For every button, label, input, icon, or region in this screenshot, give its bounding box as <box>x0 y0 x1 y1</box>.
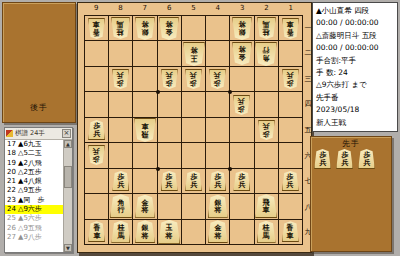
info-line: ▲小山直希 四段 <box>316 5 394 17</box>
board-cell[interactable] <box>279 143 302 167</box>
board-cell[interactable] <box>182 220 205 244</box>
move-list-row[interactable]: 19▲2八飛 <box>5 159 64 168</box>
scrollbar-thumb[interactable] <box>64 166 72 188</box>
board-cell[interactable] <box>158 41 181 65</box>
shogi-piece-gote[interactable]: 歩兵 <box>209 69 226 89</box>
board-cell[interactable] <box>109 92 132 116</box>
board-cell[interactable] <box>206 118 229 142</box>
info-line: △9六歩打 まで <box>316 79 394 91</box>
board-cell[interactable] <box>206 92 229 116</box>
file-label: 4 <box>206 3 230 14</box>
shogi-piece-sente[interactable]: 桂馬 <box>111 221 130 243</box>
file-label: 8 <box>108 3 132 14</box>
move-list-row[interactable]: 22△9五歩 <box>5 186 64 195</box>
shogi-piece-sente[interactable]: 歩兵 <box>233 171 250 191</box>
board-cell[interactable] <box>85 41 108 65</box>
rank-label: 二 <box>304 41 312 67</box>
board-cell[interactable] <box>182 92 205 116</box>
rank-label: 一 <box>304 15 312 41</box>
board-cell[interactable] <box>109 118 132 142</box>
board-cell[interactable] <box>133 169 156 193</box>
shogi-piece-sente[interactable]: 歩兵 <box>112 171 129 191</box>
game-info-panel: ▲小山直希 四段00:00 / 00:00:00△斎藤明日斗 五段00:00 /… <box>312 2 398 132</box>
shogi-piece-gote[interactable]: 歩兵 <box>185 69 202 89</box>
shogi-piece-gote[interactable]: 銀将 <box>135 17 155 40</box>
close-icon[interactable]: × <box>62 129 71 138</box>
shogi-piece-sente[interactable]: 歩兵 <box>161 171 178 191</box>
board-cell[interactable] <box>109 143 132 167</box>
board-cell[interactable] <box>109 41 132 65</box>
sente-hand-pieces: 歩兵歩兵歩兵 <box>314 149 375 169</box>
shogi-piece-sente[interactable]: 玉将 <box>158 220 180 244</box>
kifu-window-title: 棋譜 24手 <box>15 129 62 138</box>
board-cell[interactable] <box>158 92 181 116</box>
hand-piece[interactable]: 歩兵 <box>314 149 331 169</box>
shogi-piece-gote[interactable]: 金将 <box>159 17 179 40</box>
shogi-piece-sente[interactable]: 歩兵 <box>88 120 105 140</box>
shogi-piece-gote[interactable]: 飛車 <box>134 118 156 142</box>
file-label: 7 <box>133 3 157 14</box>
shogi-piece-sente[interactable]: 角行 <box>110 194 132 218</box>
board-cell[interactable] <box>279 118 302 142</box>
board-cell[interactable] <box>230 67 253 91</box>
board-cell[interactable] <box>182 118 205 142</box>
board-cell[interactable] <box>85 92 108 116</box>
info-line: 手 数: 24 <box>316 67 394 79</box>
sente-label: 先手 <box>311 138 391 149</box>
file-label: 6 <box>157 3 181 14</box>
shogi-piece-sente[interactable]: 歩兵 <box>185 171 202 191</box>
board-cell[interactable] <box>85 194 108 218</box>
board-cell[interactable] <box>255 169 278 193</box>
gote-label: 後手 <box>3 102 75 113</box>
shogi-piece-sente[interactable]: 銀将 <box>208 195 228 218</box>
move-list-row[interactable]: 18△5二玉 <box>5 149 64 158</box>
move-list-row[interactable]: 24△9六歩 <box>5 205 64 214</box>
board-cell[interactable] <box>182 16 205 40</box>
shogi-piece-gote[interactable]: 銀将 <box>232 17 252 40</box>
move-list-scrollbar[interactable]: ▲ ▼ <box>63 140 72 252</box>
board-cell[interactable] <box>255 92 278 116</box>
shogi-piece-sente[interactable]: 歩兵 <box>282 171 299 191</box>
info-line: 先手番 <box>316 92 394 104</box>
rank-label: 四 <box>304 92 312 118</box>
shogi-piece-sente[interactable]: 銀将 <box>135 220 155 243</box>
file-labels: 987654321 <box>84 3 303 14</box>
info-line: △斎藤明日斗 五段 <box>316 30 394 42</box>
shogi-board: 987654321 香車桂馬銀将金将銀将桂馬香車王将金将角行歩兵歩兵歩兵歩兵歩兵… <box>77 2 312 253</box>
sente-hand-tray: 先手 歩兵歩兵歩兵 <box>310 136 392 252</box>
file-label: 1 <box>279 3 303 14</box>
kifu-titlebar[interactable]: 棋譜 24手 × <box>5 128 72 140</box>
shogi-piece-gote[interactable]: 香車 <box>282 18 299 39</box>
board-cell[interactable] <box>279 92 302 116</box>
board-cell[interactable] <box>133 92 156 116</box>
board-cell[interactable] <box>182 143 205 167</box>
board-cell[interactable] <box>133 143 156 167</box>
shogi-piece-gote[interactable]: 歩兵 <box>88 145 105 165</box>
shogi-piece-sente[interactable]: 金将 <box>135 195 155 218</box>
board-cell[interactable] <box>206 16 229 40</box>
info-line: 00:00 / 00:00:00 <box>316 17 394 29</box>
scroll-up-icon[interactable]: ▲ <box>64 140 72 148</box>
board-cell[interactable] <box>158 194 181 218</box>
shogi-piece-sente[interactable]: 歩兵 <box>209 171 226 191</box>
board-cell[interactable] <box>85 67 108 91</box>
board-cell[interactable] <box>85 169 108 193</box>
shogi-piece-gote[interactable]: 金将 <box>232 42 252 65</box>
board-cell[interactable] <box>255 67 278 91</box>
shogi-piece-gote[interactable]: 香車 <box>88 18 105 39</box>
shogi-piece-sente[interactable]: 飛車 <box>255 194 277 218</box>
file-label: 2 <box>254 3 278 14</box>
board-cell[interactable] <box>230 220 253 244</box>
info-line: 00:00 / 00:00:00 <box>316 42 394 54</box>
info-line: 2023/05/18 <box>316 104 394 116</box>
board-cell[interactable] <box>230 194 253 218</box>
kifu-window: 棋譜 24手 × 17▲6九玉18△5二玉19▲2八飛20△2五歩21▲4八銀2… <box>4 127 73 253</box>
move-list-row[interactable]: 20△2五歩 <box>5 168 64 177</box>
file-label: 5 <box>181 3 205 14</box>
board-cell[interactable] <box>133 67 156 91</box>
rank-label: 三 <box>304 66 312 92</box>
shogi-piece-sente[interactable]: 金将 <box>208 220 228 243</box>
shogi-piece-gote[interactable]: 歩兵 <box>161 69 178 89</box>
scroll-down-icon[interactable]: ▼ <box>64 244 72 252</box>
board-cell[interactable] <box>279 194 302 218</box>
kifu-window-icon <box>6 130 13 137</box>
shogi-piece-sente[interactable]: 香車 <box>88 221 105 242</box>
board-cell[interactable] <box>279 41 302 65</box>
move-list-row[interactable]: 25▲5六歩 <box>5 214 64 223</box>
gote-hand-tray: 後手 <box>2 2 76 123</box>
board-cell[interactable] <box>230 143 253 167</box>
hand-piece[interactable]: 歩兵 <box>358 149 375 169</box>
move-list-row[interactable]: 26△9五飛 <box>5 224 64 233</box>
board-cell[interactable] <box>182 194 205 218</box>
shogi-piece-sente[interactable]: 桂馬 <box>257 221 276 243</box>
shogi-piece-gote[interactable]: 角行 <box>255 42 277 66</box>
file-label: 9 <box>84 3 108 14</box>
shogi-piece-gote[interactable]: 歩兵 <box>282 69 299 89</box>
move-list-row[interactable]: 27▲9八歩 <box>5 233 64 242</box>
board-cell[interactable] <box>255 143 278 167</box>
move-list-row[interactable]: 21▲4八銀 <box>5 177 64 186</box>
board-cell[interactable] <box>158 118 181 142</box>
board-cell[interactable] <box>206 41 229 65</box>
info-line: 新人王戦 <box>316 117 394 129</box>
shogi-app-window: 後手 棋譜 24手 × 17▲6九玉18△5二玉19▲2八飛20△2五歩21▲4… <box>0 0 400 256</box>
hand-piece[interactable]: 歩兵 <box>336 149 353 169</box>
file-label: 3 <box>230 3 254 14</box>
move-list: 17▲6九玉18△5二玉19▲2八飛20△2五歩21▲4八銀22△9五歩23▲同… <box>5 140 64 252</box>
shogi-piece-sente[interactable]: 香車 <box>282 221 299 242</box>
info-line: 手合割:平手 <box>316 55 394 67</box>
board-cell[interactable] <box>133 41 156 65</box>
board-cell[interactable] <box>230 118 253 142</box>
board-cell[interactable] <box>158 143 181 167</box>
board-cell[interactable] <box>206 143 229 167</box>
move-list-row[interactable]: 23▲同 歩 <box>5 196 64 205</box>
move-list-row[interactable]: 17▲6九玉 <box>5 140 64 149</box>
